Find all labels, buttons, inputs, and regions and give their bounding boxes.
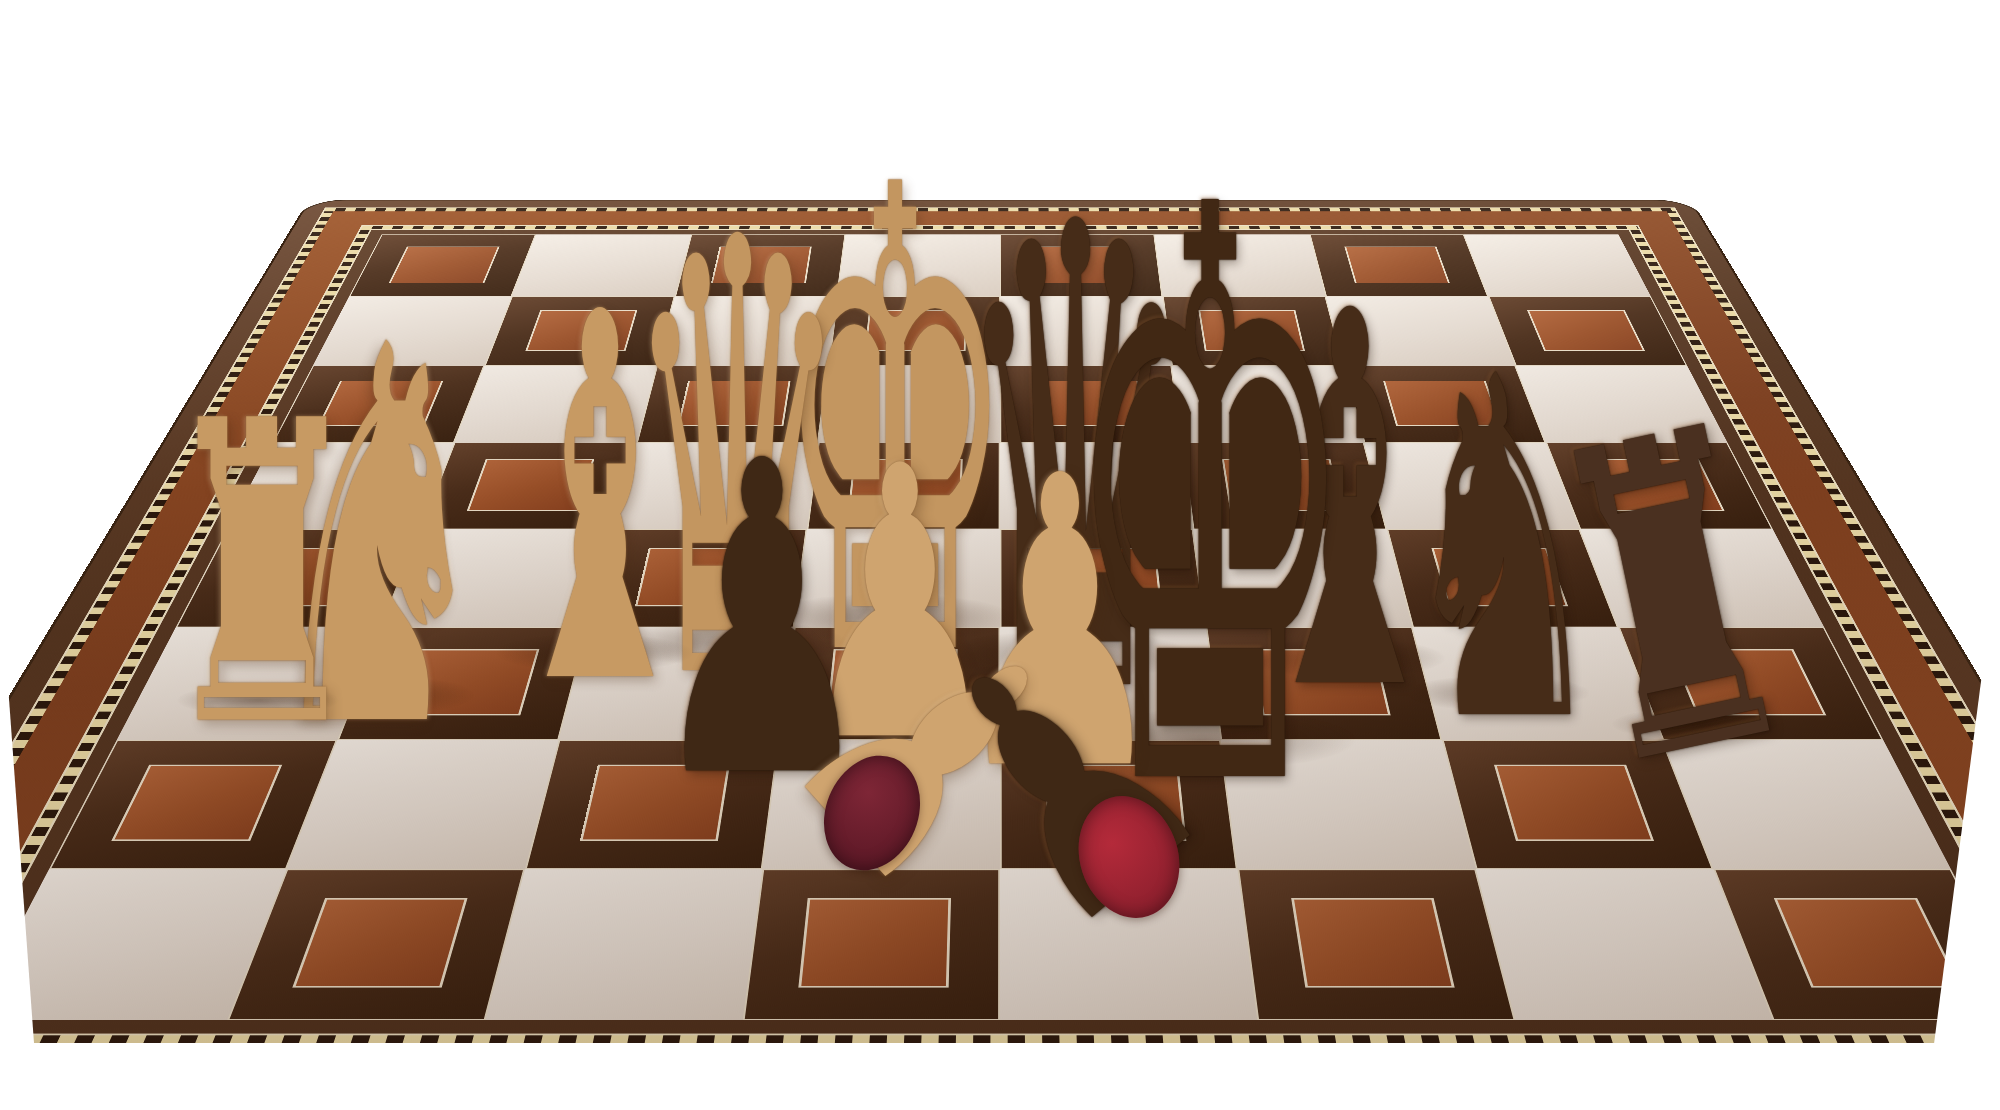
- pieces-layer: ♜♞♝♛♚♟♟♟♛♚♝♞♜♟♟: [0, 0, 2000, 1110]
- chess-set-photo: ♜♞♝♛♚♟♟♟♛♚♝♞♜♟♟: [0, 0, 2000, 1110]
- piece-glyph: ♜: [160, 368, 365, 783]
